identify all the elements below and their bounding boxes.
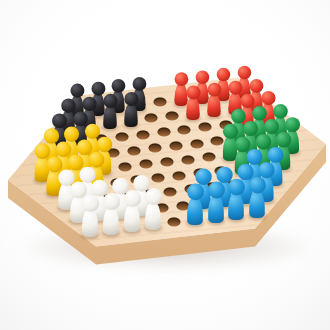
peg-body	[124, 103, 137, 127]
peg-head	[103, 193, 120, 210]
peg-blue[interactable]	[227, 176, 245, 221]
peg-body	[229, 193, 245, 221]
peg-body	[187, 96, 200, 119]
board-hole[interactable]	[173, 171, 186, 180]
peg-white[interactable]	[144, 185, 162, 230]
board-hole[interactable]	[148, 144, 161, 153]
peg-head	[82, 195, 99, 212]
peg-body	[208, 195, 224, 223]
peg-black[interactable]	[123, 89, 138, 127]
board-hole[interactable]	[119, 162, 132, 171]
peg-head	[228, 179, 245, 196]
board-hole[interactable]	[157, 128, 170, 137]
board-hole[interactable]	[202, 153, 215, 162]
peg-body	[103, 206, 119, 235]
peg-blue[interactable]	[248, 174, 266, 218]
board-hole[interactable]	[145, 114, 158, 123]
peg-body	[187, 197, 203, 225]
peg-head	[207, 83, 221, 97]
peg-black[interactable]	[102, 91, 117, 129]
peg-body	[208, 94, 221, 117]
board-hole[interactable]	[190, 139, 203, 148]
peg-red[interactable]	[207, 80, 222, 117]
board-hole[interactable]	[152, 174, 165, 183]
board-hole[interactable]	[136, 130, 149, 139]
board-hole[interactable]	[199, 123, 212, 132]
peg-head	[207, 181, 224, 198]
board-hole[interactable]	[166, 112, 179, 121]
peg-white[interactable]	[102, 189, 120, 235]
peg-body	[103, 105, 116, 129]
peg-red[interactable]	[186, 82, 201, 119]
peg-blue[interactable]	[207, 178, 225, 223]
peg-head	[186, 184, 203, 201]
board-hole[interactable]	[164, 187, 177, 196]
board-hole[interactable]	[181, 155, 194, 164]
peg-body	[145, 202, 161, 230]
peg-head	[103, 94, 117, 108]
peg-blue[interactable]	[186, 180, 204, 225]
peg-white[interactable]	[81, 191, 99, 237]
peg-body	[124, 204, 140, 232]
board-hole[interactable]	[115, 132, 128, 141]
peg-body	[249, 190, 265, 218]
board-hole[interactable]	[178, 125, 191, 134]
peg-head	[186, 85, 200, 99]
peg-white[interactable]	[123, 187, 141, 232]
peg-head	[249, 177, 266, 194]
product-photo	[0, 0, 330, 330]
board-hole[interactable]	[140, 160, 153, 169]
board-hole[interactable]	[167, 217, 180, 226]
board-hole[interactable]	[128, 146, 141, 155]
peg-head	[124, 190, 141, 207]
peg-head	[123, 92, 137, 106]
peg-body	[82, 208, 98, 237]
board-hole[interactable]	[169, 141, 182, 150]
board-hole[interactable]	[154, 98, 167, 107]
board-hole[interactable]	[161, 158, 174, 167]
peg-head	[144, 188, 161, 205]
